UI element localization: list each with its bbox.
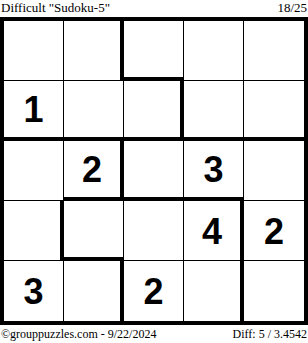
cell-r5c1[interactable]: 3 <box>4 261 64 321</box>
difficulty-text: Diff: 5 / 3.4542 <box>233 327 307 341</box>
cell-r2c4[interactable] <box>184 81 244 141</box>
given-digit: 1 <box>23 92 43 128</box>
page-number: 18/25 <box>277 0 307 15</box>
cell-r4c5[interactable]: 2 <box>244 201 304 261</box>
cell-r1c1[interactable] <box>4 21 64 81</box>
cell-r3c1[interactable] <box>4 141 64 201</box>
cell-r2c1[interactable]: 1 <box>4 81 64 141</box>
cell-r1c5[interactable] <box>244 21 304 81</box>
cell-r1c4[interactable] <box>184 21 244 81</box>
cell-r5c5[interactable] <box>244 261 304 321</box>
cell-r2c2[interactable] <box>64 81 124 141</box>
cell-r3c4[interactable]: 3 <box>184 141 244 201</box>
cell-r4c3[interactable] <box>124 201 184 261</box>
given-digit: 3 <box>23 274 43 310</box>
cell-r2c5[interactable] <box>244 81 304 141</box>
cell-r2c3[interactable] <box>124 81 184 141</box>
cell-r3c2[interactable]: 2 <box>64 141 124 201</box>
cell-r1c3[interactable] <box>124 21 184 81</box>
cell-r3c3[interactable] <box>124 141 184 201</box>
cell-r5c4[interactable] <box>184 261 244 321</box>
given-digit: 2 <box>264 214 284 250</box>
cell-r1c2[interactable] <box>64 21 124 81</box>
puzzle-page: Difficult "Sudoku-5" 18/25 1234232 ©grou… <box>0 0 308 343</box>
given-digit: 4 <box>202 214 222 250</box>
copyright-text: ©grouppuzzles.com - 9/22/2024 <box>1 327 156 341</box>
cell-r5c2[interactable] <box>64 261 124 321</box>
cell-r4c2[interactable] <box>64 201 124 261</box>
puzzle-title: Difficult "Sudoku-5" <box>1 0 110 15</box>
cell-r4c1[interactable] <box>4 201 64 261</box>
page-header: Difficult "Sudoku-5" 18/25 <box>1 0 307 17</box>
given-digit: 3 <box>203 152 223 188</box>
cell-r5c3[interactable]: 2 <box>124 261 184 321</box>
board: 1234232 <box>0 17 308 325</box>
given-digit: 2 <box>143 274 163 310</box>
cell-r3c5[interactable] <box>244 141 304 201</box>
cell-r4c4[interactable]: 4 <box>184 201 244 261</box>
page-footer: ©grouppuzzles.com - 9/22/2024 Diff: 5 / … <box>1 325 307 341</box>
given-digit: 2 <box>82 152 102 188</box>
